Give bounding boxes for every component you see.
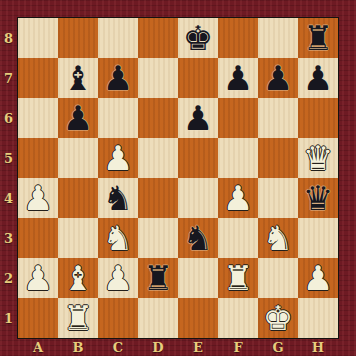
piece-black-pawn-b6[interactable]: ♟ [58,98,98,138]
square-f4[interactable]: ♟ [218,178,258,218]
board-frame: 87654321 ABCDEFGH ♚♜♝♟♟♟♟♟♟♟♛♟♞♟♛♞♞♞♟♝♟♜… [0,0,356,356]
square-d2[interactable]: ♜ [138,258,178,298]
square-h8[interactable]: ♜ [298,18,338,58]
square-h7[interactable]: ♟ [298,58,338,98]
piece-black-pawn-c7[interactable]: ♟ [98,58,138,98]
rank-label-3: 3 [0,218,17,258]
square-g7[interactable]: ♟ [258,58,298,98]
square-e6[interactable]: ♟ [178,98,218,138]
square-c5[interactable]: ♟ [98,138,138,178]
square-g2[interactable] [258,258,298,298]
square-d5[interactable] [138,138,178,178]
rank-label-1: 1 [0,298,17,338]
square-h5[interactable]: ♛ [298,138,338,178]
square-f2[interactable]: ♜ [218,258,258,298]
square-e1[interactable] [178,298,218,338]
square-b7[interactable]: ♝ [58,58,98,98]
piece-black-queen-h4[interactable]: ♛ [298,178,338,218]
square-a4[interactable]: ♟ [18,178,58,218]
square-g8[interactable] [258,18,298,58]
square-c1[interactable] [98,298,138,338]
chess-board: ♚♜♝♟♟♟♟♟♟♟♛♟♞♟♛♞♞♞♟♝♟♜♜♟♜♚ [17,17,339,339]
square-d6[interactable] [138,98,178,138]
square-f5[interactable] [218,138,258,178]
square-b6[interactable]: ♟ [58,98,98,138]
square-d7[interactable] [138,58,178,98]
square-e8[interactable]: ♚ [178,18,218,58]
piece-black-knight-e3[interactable]: ♞ [178,218,218,258]
piece-white-pawn-c5[interactable]: ♟ [98,138,138,178]
square-b2[interactable]: ♝ [58,258,98,298]
square-d1[interactable] [138,298,178,338]
piece-white-queen-h5[interactable]: ♛ [298,138,338,178]
square-h1[interactable] [298,298,338,338]
rank-labels: 87654321 [0,17,17,339]
piece-white-rook-f2[interactable]: ♜ [218,258,258,298]
piece-white-bishop-b2[interactable]: ♝ [58,258,98,298]
square-h6[interactable] [298,98,338,138]
piece-black-rook-h8[interactable]: ♜ [298,18,338,58]
rank-label-6: 6 [0,98,17,138]
square-b4[interactable] [58,178,98,218]
piece-white-knight-c3[interactable]: ♞ [98,218,138,258]
square-g6[interactable] [258,98,298,138]
square-f6[interactable] [218,98,258,138]
piece-white-king-g1[interactable]: ♚ [258,298,298,338]
square-d8[interactable] [138,18,178,58]
square-g3[interactable]: ♞ [258,218,298,258]
square-g4[interactable] [258,178,298,218]
file-label-g: G [258,339,298,356]
piece-white-pawn-f4[interactable]: ♟ [218,178,258,218]
square-a7[interactable] [18,58,58,98]
square-c6[interactable] [98,98,138,138]
square-a1[interactable] [18,298,58,338]
piece-white-rook-b1[interactable]: ♜ [58,298,98,338]
square-e7[interactable] [178,58,218,98]
square-c7[interactable]: ♟ [98,58,138,98]
square-g5[interactable] [258,138,298,178]
square-b1[interactable]: ♜ [58,298,98,338]
square-b3[interactable] [58,218,98,258]
square-d3[interactable] [138,218,178,258]
piece-white-knight-g3[interactable]: ♞ [258,218,298,258]
square-f7[interactable]: ♟ [218,58,258,98]
piece-white-pawn-a4[interactable]: ♟ [18,178,58,218]
square-c3[interactable]: ♞ [98,218,138,258]
square-g1[interactable]: ♚ [258,298,298,338]
square-a8[interactable] [18,18,58,58]
piece-black-knight-c4[interactable]: ♞ [98,178,138,218]
square-e3[interactable]: ♞ [178,218,218,258]
square-c8[interactable] [98,18,138,58]
square-h4[interactable]: ♛ [298,178,338,218]
rank-label-8: 8 [0,18,17,58]
piece-black-pawn-g7[interactable]: ♟ [258,58,298,98]
file-label-b: B [58,339,98,356]
square-e4[interactable] [178,178,218,218]
square-f8[interactable] [218,18,258,58]
piece-black-rook-d2[interactable]: ♜ [138,258,178,298]
rank-label-7: 7 [0,58,17,98]
rank-label-4: 4 [0,178,17,218]
square-f1[interactable] [218,298,258,338]
square-a5[interactable] [18,138,58,178]
square-d4[interactable] [138,178,178,218]
square-a2[interactable]: ♟ [18,258,58,298]
piece-black-pawn-e6[interactable]: ♟ [178,98,218,138]
piece-black-pawn-h7[interactable]: ♟ [298,58,338,98]
square-e2[interactable] [178,258,218,298]
square-e5[interactable] [178,138,218,178]
piece-white-pawn-a2[interactable]: ♟ [18,258,58,298]
rank-label-2: 2 [0,258,17,298]
square-b8[interactable] [58,18,98,58]
file-labels: ABCDEFGH [17,339,339,356]
piece-black-pawn-f7[interactable]: ♟ [218,58,258,98]
square-h3[interactable] [298,218,338,258]
piece-black-bishop-b7[interactable]: ♝ [58,58,98,98]
square-f3[interactable] [218,218,258,258]
file-label-h: H [298,339,338,356]
square-a3[interactable] [18,218,58,258]
file-label-c: C [98,339,138,356]
file-label-f: F [218,339,258,356]
piece-black-king-e8[interactable]: ♚ [178,18,218,58]
square-a6[interactable] [18,98,58,138]
square-c4[interactable]: ♞ [98,178,138,218]
square-h2[interactable]: ♟ [298,258,338,298]
square-b5[interactable] [58,138,98,178]
square-c2[interactable]: ♟ [98,258,138,298]
file-label-a: A [18,339,58,356]
piece-white-pawn-h2[interactable]: ♟ [298,258,338,298]
rank-label-5: 5 [0,138,17,178]
file-label-e: E [178,339,218,356]
piece-white-pawn-c2[interactable]: ♟ [98,258,138,298]
file-label-d: D [138,339,178,356]
